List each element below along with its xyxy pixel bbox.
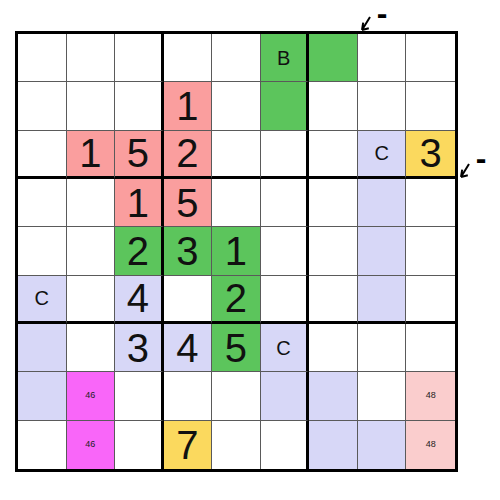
cell-r4c5[interactable]: [212, 179, 261, 227]
cell-r2c3[interactable]: [115, 82, 164, 130]
top-minus-label: -: [372, 0, 392, 28]
cell-r1c3[interactable]: [115, 34, 164, 82]
cell-r6c6[interactable]: [261, 276, 310, 324]
cell-r3c6[interactable]: [261, 131, 310, 179]
cell-r3c7[interactable]: [309, 131, 358, 179]
southwest-arrow-icon: [352, 14, 374, 32]
cell-r1c5[interactable]: [212, 34, 261, 82]
cell-r6c5[interactable]: 2: [212, 276, 261, 324]
cell-r3c9[interactable]: 3: [406, 131, 455, 179]
cell-r9c6[interactable]: [261, 421, 310, 469]
cell-r1c9[interactable]: [406, 34, 455, 82]
cell-r5c3[interactable]: 2: [115, 227, 164, 275]
cell-r3c2[interactable]: 1: [67, 131, 116, 179]
cell-r6c2[interactable]: [67, 276, 116, 324]
cell-r5c2[interactable]: [67, 227, 116, 275]
cell-r9c2[interactable]: 46: [67, 421, 116, 469]
cell-r7c6[interactable]: C: [261, 324, 310, 372]
cell-r5c5[interactable]: 1: [212, 227, 261, 275]
cell-r2c7[interactable]: [309, 82, 358, 130]
cell-r3c8[interactable]: C: [358, 131, 407, 179]
cell-r8c2[interactable]: 46: [67, 372, 116, 420]
cell-r5c9[interactable]: [406, 227, 455, 275]
cell-r7c3[interactable]: 3: [115, 324, 164, 372]
cell-r5c7[interactable]: [309, 227, 358, 275]
cell-r2c6[interactable]: [261, 82, 310, 130]
cell-r9c1[interactable]: [18, 421, 67, 469]
cell-r2c5[interactable]: [212, 82, 261, 130]
cell-r3c1[interactable]: [18, 131, 67, 179]
cell-r1c7[interactable]: [309, 34, 358, 82]
cell-r4c8[interactable]: [358, 179, 407, 227]
cell-r8c6[interactable]: [261, 372, 310, 420]
cell-r5c6[interactable]: [261, 227, 310, 275]
cell-r5c1[interactable]: [18, 227, 67, 275]
cell-r7c9[interactable]: [406, 324, 455, 372]
cell-r9c5[interactable]: [212, 421, 261, 469]
cell-r7c8[interactable]: [358, 324, 407, 372]
cell-r8c5[interactable]: [212, 372, 261, 420]
cell-r9c9[interactable]: 48: [406, 421, 455, 469]
cell-r6c8[interactable]: [358, 276, 407, 324]
cell-r9c8[interactable]: [358, 421, 407, 469]
cell-r6c7[interactable]: [309, 276, 358, 324]
cell-r8c4[interactable]: [164, 372, 213, 420]
cell-r1c6[interactable]: B: [261, 34, 310, 82]
cell-r4c9[interactable]: [406, 179, 455, 227]
southwest-arrow-icon: [451, 161, 473, 179]
cell-r1c1[interactable]: [18, 34, 67, 82]
cell-r2c8[interactable]: [358, 82, 407, 130]
cell-r7c4[interactable]: 4: [164, 324, 213, 372]
cell-r9c4[interactable]: 7: [164, 421, 213, 469]
cell-r6c3[interactable]: 4: [115, 276, 164, 324]
cell-r2c9[interactable]: [406, 82, 455, 130]
cell-r1c2[interactable]: [67, 34, 116, 82]
cell-r4c4[interactable]: 5: [164, 179, 213, 227]
cell-r8c8[interactable]: [358, 372, 407, 420]
cell-r3c3[interactable]: 5: [115, 131, 164, 179]
cell-r6c9[interactable]: [406, 276, 455, 324]
cell-r5c8[interactable]: [358, 227, 407, 275]
cell-r8c3[interactable]: [115, 372, 164, 420]
cell-r9c7[interactable]: [309, 421, 358, 469]
cell-r3c4[interactable]: 2: [164, 131, 213, 179]
cell-r4c1[interactable]: [18, 179, 67, 227]
cell-r4c2[interactable]: [67, 179, 116, 227]
cell-r4c6[interactable]: [261, 179, 310, 227]
puzzle-diagram: B1152C315231C42345C464846748 - -: [0, 0, 500, 500]
cell-r9c3[interactable]: [115, 421, 164, 469]
cell-r4c7[interactable]: [309, 179, 358, 227]
cell-r7c2[interactable]: [67, 324, 116, 372]
sudoku-board: B1152C315231C42345C464846748: [15, 31, 458, 472]
cell-r3c5[interactable]: [212, 131, 261, 179]
cell-r2c1[interactable]: [18, 82, 67, 130]
cell-r1c4[interactable]: [164, 34, 213, 82]
cell-r7c7[interactable]: [309, 324, 358, 372]
cell-r6c1[interactable]: C: [18, 276, 67, 324]
cell-r7c1[interactable]: [18, 324, 67, 372]
right-minus-label: -: [471, 143, 491, 173]
cell-r8c7[interactable]: [309, 372, 358, 420]
cell-r7c5[interactable]: 5: [212, 324, 261, 372]
cell-r6c4[interactable]: [164, 276, 213, 324]
cell-r5c4[interactable]: 3: [164, 227, 213, 275]
cell-r8c1[interactable]: [18, 372, 67, 420]
cell-r4c3[interactable]: 1: [115, 179, 164, 227]
cell-r2c4[interactable]: 1: [164, 82, 213, 130]
cell-r8c9[interactable]: 48: [406, 372, 455, 420]
cell-r1c8[interactable]: [358, 34, 407, 82]
cell-r2c2[interactable]: [67, 82, 116, 130]
